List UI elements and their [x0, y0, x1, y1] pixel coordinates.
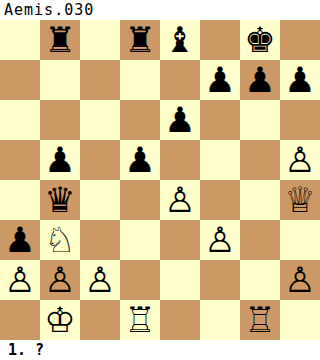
piece-black-pawn[interactable]: ♟	[160, 100, 200, 140]
diagram-title: Aemis.030	[0, 0, 320, 20]
square-e8[interactable]: ♝	[160, 20, 200, 60]
piece-white-pawn[interactable]: ♙	[0, 260, 40, 300]
square-f4[interactable]	[200, 180, 240, 220]
square-f6[interactable]	[200, 100, 240, 140]
square-a2[interactable]: ♙	[0, 260, 40, 300]
piece-white-rook[interactable]: ♖	[240, 300, 280, 340]
square-e4[interactable]: ♙	[160, 180, 200, 220]
square-a4[interactable]	[0, 180, 40, 220]
square-g4[interactable]	[240, 180, 280, 220]
square-h3[interactable]	[280, 220, 320, 260]
square-g3[interactable]	[240, 220, 280, 260]
square-b8[interactable]: ♜	[40, 20, 80, 60]
piece-black-queen[interactable]: ♛	[40, 180, 80, 220]
square-b7[interactable]	[40, 60, 80, 100]
piece-white-queen[interactable]: ♕	[280, 180, 320, 220]
piece-black-king[interactable]: ♚	[240, 20, 280, 60]
chess-diagram-window: Aemis.030 ♜♜♝♚♟♟♟♟♟♟♙♛♙♕♟♘♙♙♙♙♙♔♖♖ 1. ?	[0, 0, 320, 360]
square-e5[interactable]	[160, 140, 200, 180]
square-e2[interactable]	[160, 260, 200, 300]
square-b3[interactable]: ♘	[40, 220, 80, 260]
piece-white-pawn[interactable]: ♙	[200, 220, 240, 260]
square-f2[interactable]	[200, 260, 240, 300]
square-h5[interactable]: ♙	[280, 140, 320, 180]
square-c5[interactable]	[80, 140, 120, 180]
square-g1[interactable]: ♖	[240, 300, 280, 340]
square-h1[interactable]	[280, 300, 320, 340]
square-a3[interactable]: ♟	[0, 220, 40, 260]
square-g8[interactable]: ♚	[240, 20, 280, 60]
square-c2[interactable]: ♙	[80, 260, 120, 300]
square-c6[interactable]	[80, 100, 120, 140]
square-h4[interactable]: ♕	[280, 180, 320, 220]
square-b4[interactable]: ♛	[40, 180, 80, 220]
square-a7[interactable]	[0, 60, 40, 100]
square-g7[interactable]: ♟	[240, 60, 280, 100]
square-f8[interactable]	[200, 20, 240, 60]
square-f5[interactable]	[200, 140, 240, 180]
square-a1[interactable]	[0, 300, 40, 340]
square-f7[interactable]: ♟	[200, 60, 240, 100]
square-b1[interactable]: ♔	[40, 300, 80, 340]
piece-white-pawn[interactable]: ♙	[160, 180, 200, 220]
square-h2[interactable]: ♙	[280, 260, 320, 300]
piece-white-knight[interactable]: ♘	[40, 220, 80, 260]
piece-black-pawn[interactable]: ♟	[280, 60, 320, 100]
square-e6[interactable]: ♟	[160, 100, 200, 140]
square-d8[interactable]: ♜	[120, 20, 160, 60]
piece-black-bishop[interactable]: ♝	[160, 20, 200, 60]
piece-white-king[interactable]: ♔	[40, 300, 80, 340]
square-d6[interactable]	[120, 100, 160, 140]
square-d7[interactable]	[120, 60, 160, 100]
square-a8[interactable]	[0, 20, 40, 60]
square-h6[interactable]	[280, 100, 320, 140]
square-b6[interactable]	[40, 100, 80, 140]
piece-black-pawn[interactable]: ♟	[40, 140, 80, 180]
piece-black-pawn[interactable]: ♟	[0, 220, 40, 260]
piece-black-rook[interactable]: ♜	[120, 20, 160, 60]
piece-black-pawn[interactable]: ♟	[240, 60, 280, 100]
square-d3[interactable]	[120, 220, 160, 260]
square-d1[interactable]: ♖	[120, 300, 160, 340]
square-e7[interactable]	[160, 60, 200, 100]
piece-white-pawn[interactable]: ♙	[40, 260, 80, 300]
square-c3[interactable]	[80, 220, 120, 260]
square-d2[interactable]	[120, 260, 160, 300]
square-f3[interactable]: ♙	[200, 220, 240, 260]
square-h8[interactable]	[280, 20, 320, 60]
piece-white-pawn[interactable]: ♙	[280, 140, 320, 180]
square-g5[interactable]	[240, 140, 280, 180]
square-a5[interactable]	[0, 140, 40, 180]
square-c4[interactable]	[80, 180, 120, 220]
square-b2[interactable]: ♙	[40, 260, 80, 300]
square-a6[interactable]	[0, 100, 40, 140]
square-c1[interactable]	[80, 300, 120, 340]
square-e1[interactable]	[160, 300, 200, 340]
square-f1[interactable]	[200, 300, 240, 340]
square-c7[interactable]	[80, 60, 120, 100]
square-b5[interactable]: ♟	[40, 140, 80, 180]
square-c8[interactable]	[80, 20, 120, 60]
chess-board: ♜♜♝♚♟♟♟♟♟♟♙♛♙♕♟♘♙♙♙♙♙♔♖♖	[0, 20, 320, 340]
square-g2[interactable]	[240, 260, 280, 300]
piece-black-pawn[interactable]: ♟	[120, 140, 160, 180]
piece-white-pawn[interactable]: ♙	[280, 260, 320, 300]
square-e3[interactable]	[160, 220, 200, 260]
square-d5[interactable]: ♟	[120, 140, 160, 180]
piece-black-pawn[interactable]: ♟	[200, 60, 240, 100]
square-h7[interactable]: ♟	[280, 60, 320, 100]
square-d4[interactable]	[120, 180, 160, 220]
piece-black-rook[interactable]: ♜	[40, 20, 80, 60]
square-g6[interactable]	[240, 100, 280, 140]
piece-white-rook[interactable]: ♖	[120, 300, 160, 340]
piece-white-pawn[interactable]: ♙	[80, 260, 120, 300]
move-prompt: 1. ?	[0, 340, 320, 360]
